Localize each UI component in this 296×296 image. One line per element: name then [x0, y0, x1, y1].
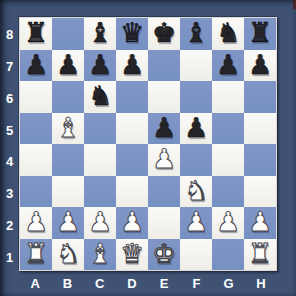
square-c7[interactable]: ♟	[84, 50, 116, 82]
file-label-g: G	[213, 271, 245, 296]
rank-label-6: 6	[0, 81, 19, 113]
square-e7[interactable]	[148, 50, 180, 82]
square-b7[interactable]: ♟	[52, 50, 84, 82]
rank-label-1: 1	[0, 239, 19, 271]
square-f8[interactable]: ♝	[180, 18, 212, 50]
square-f1[interactable]	[180, 239, 212, 271]
square-d8[interactable]: ♛	[116, 18, 148, 50]
black-rook: ♜	[248, 19, 272, 46]
white-knight: ♞	[56, 240, 80, 267]
square-a2[interactable]: ♟	[20, 207, 52, 239]
square-c8[interactable]: ♝	[84, 18, 116, 50]
square-b6[interactable]	[52, 81, 84, 113]
rank-label-4: 4	[0, 144, 19, 176]
white-pawn: ♟	[120, 208, 144, 235]
black-pawn: ♟	[216, 51, 240, 78]
square-h2[interactable]: ♟	[244, 207, 276, 239]
square-a8[interactable]: ♜	[20, 18, 52, 50]
chess-board: ♜♝♛♚♝♞♜♟♟♟♟♟♟♞♝♟♟♟♞♟♟♟♟♟♟♟♜♞♝♛♚♜	[19, 17, 277, 271]
white-pawn: ♟	[152, 145, 176, 172]
rank-labels: 87654321	[0, 17, 19, 271]
square-g5[interactable]	[212, 113, 244, 145]
chess-diagram: 87654321 ♜♝♛♚♝♞♜♟♟♟♟♟♟♞♝♟♟♟♞♟♟♟♟♟♟♟♜♞♝♛♚…	[0, 0, 296, 296]
square-c3[interactable]	[84, 176, 116, 208]
black-pawn: ♟	[56, 51, 80, 78]
square-c6[interactable]: ♞	[84, 81, 116, 113]
black-rook: ♜	[24, 19, 48, 46]
square-e3[interactable]	[148, 176, 180, 208]
square-h3[interactable]	[244, 176, 276, 208]
square-g3[interactable]	[212, 176, 244, 208]
black-knight: ♞	[88, 82, 112, 109]
black-pawn: ♟	[120, 51, 144, 78]
square-d1[interactable]: ♛	[116, 239, 148, 271]
square-d2[interactable]: ♟	[116, 207, 148, 239]
white-rook: ♜	[24, 240, 48, 267]
white-bishop: ♝	[56, 114, 80, 141]
white-pawn: ♟	[24, 208, 48, 235]
rank-label-3: 3	[0, 176, 19, 208]
black-pawn: ♟	[184, 114, 208, 141]
square-e1[interactable]: ♚	[148, 239, 180, 271]
square-c2[interactable]: ♟	[84, 207, 116, 239]
square-d6[interactable]	[116, 81, 148, 113]
white-pawn: ♟	[216, 208, 240, 235]
square-g6[interactable]	[212, 81, 244, 113]
square-h5[interactable]	[244, 113, 276, 145]
black-pawn: ♟	[88, 51, 112, 78]
white-pawn: ♟	[248, 208, 272, 235]
square-h8[interactable]: ♜	[244, 18, 276, 50]
square-h6[interactable]	[244, 81, 276, 113]
square-g8[interactable]: ♞	[212, 18, 244, 50]
square-a5[interactable]	[20, 113, 52, 145]
rank-label-2: 2	[0, 208, 19, 240]
square-g1[interactable]	[212, 239, 244, 271]
rank-label-8: 8	[0, 17, 19, 49]
square-d5[interactable]	[116, 113, 148, 145]
white-pawn: ♟	[88, 208, 112, 235]
white-rook: ♜	[248, 240, 272, 267]
square-g2[interactable]: ♟	[212, 207, 244, 239]
black-queen: ♛	[120, 19, 144, 46]
white-pawn: ♟	[184, 208, 208, 235]
black-king: ♚	[152, 19, 176, 46]
square-e2[interactable]	[148, 207, 180, 239]
square-a6[interactable]	[20, 81, 52, 113]
corner-artifact	[293, 0, 296, 9]
square-g7[interactable]: ♟	[212, 50, 244, 82]
black-bishop: ♝	[88, 19, 112, 46]
file-label-a: A	[19, 271, 51, 296]
file-label-e: E	[148, 271, 180, 296]
black-knight: ♞	[216, 19, 240, 46]
square-g4[interactable]	[212, 144, 244, 176]
square-b1[interactable]: ♞	[52, 239, 84, 271]
white-king: ♚	[152, 240, 176, 267]
file-label-c: C	[84, 271, 116, 296]
square-c5[interactable]	[84, 113, 116, 145]
black-pawn: ♟	[152, 114, 176, 141]
square-a7[interactable]: ♟	[20, 50, 52, 82]
file-labels: ABCDEFGH	[19, 271, 277, 296]
square-c1[interactable]: ♝	[84, 239, 116, 271]
white-knight: ♞	[184, 177, 208, 204]
square-f4[interactable]	[180, 144, 212, 176]
file-label-d: D	[116, 271, 148, 296]
square-b8[interactable]	[52, 18, 84, 50]
square-d4[interactable]	[116, 144, 148, 176]
square-b5[interactable]: ♝	[52, 113, 84, 145]
file-label-f: F	[180, 271, 212, 296]
square-c4[interactable]	[84, 144, 116, 176]
file-label-h: H	[245, 271, 277, 296]
square-b2[interactable]: ♟	[52, 207, 84, 239]
square-f5[interactable]: ♟	[180, 113, 212, 145]
square-f2[interactable]: ♟	[180, 207, 212, 239]
square-h4[interactable]	[244, 144, 276, 176]
square-b3[interactable]	[52, 176, 84, 208]
square-a4[interactable]	[20, 144, 52, 176]
square-h1[interactable]: ♜	[244, 239, 276, 271]
square-a1[interactable]: ♜	[20, 239, 52, 271]
file-label-b: B	[51, 271, 83, 296]
white-pawn: ♟	[56, 208, 80, 235]
black-pawn: ♟	[248, 51, 272, 78]
white-queen: ♛	[120, 240, 144, 267]
rank-label-7: 7	[0, 49, 19, 81]
black-pawn: ♟	[24, 51, 48, 78]
black-bishop: ♝	[184, 19, 208, 46]
square-h7[interactable]: ♟	[244, 50, 276, 82]
square-d3[interactable]	[116, 176, 148, 208]
square-e4[interactable]: ♟	[148, 144, 180, 176]
rank-label-5: 5	[0, 112, 19, 144]
white-bishop: ♝	[88, 240, 112, 267]
square-e8[interactable]: ♚	[148, 18, 180, 50]
square-b4[interactable]	[52, 144, 84, 176]
square-e6[interactable]	[148, 81, 180, 113]
square-f7[interactable]	[180, 50, 212, 82]
square-d7[interactable]: ♟	[116, 50, 148, 82]
square-f6[interactable]	[180, 81, 212, 113]
square-a3[interactable]	[20, 176, 52, 208]
square-f3[interactable]: ♞	[180, 176, 212, 208]
square-e5[interactable]: ♟	[148, 113, 180, 145]
